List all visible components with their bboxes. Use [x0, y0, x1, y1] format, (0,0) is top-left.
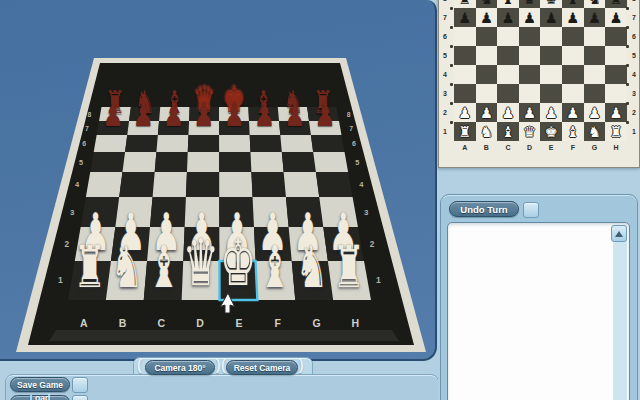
move-list-scrollbar[interactable] [613, 225, 627, 400]
frame-dot [626, 45, 629, 48]
mini-square-c2: ♟ [497, 103, 519, 122]
mini-square-e5 [540, 46, 562, 65]
square-f3[interactable] [253, 197, 289, 227]
mini-square-a1: ♜ [454, 122, 476, 141]
mini-piece-white-knight-b1: ♞ [476, 122, 498, 142]
mini-square-f4 [562, 65, 584, 84]
board3d-rank-label-left-1: 1 [58, 275, 63, 285]
board3d-rank-label-right-2: 2 [370, 240, 375, 249]
mini-square-b4 [476, 65, 498, 84]
square-h8[interactable] [307, 107, 339, 121]
square-g1[interactable] [292, 261, 333, 300]
square-e5[interactable] [219, 152, 251, 172]
square-c5[interactable] [155, 152, 188, 172]
square-f6[interactable] [250, 135, 282, 152]
square-d4[interactable] [186, 172, 219, 197]
mini-square-d5 [519, 46, 541, 65]
square-f4[interactable] [251, 172, 286, 197]
mini-square-f6 [562, 27, 584, 46]
square-b7[interactable] [127, 121, 159, 135]
square-g8[interactable] [278, 107, 309, 121]
mini-square-g5 [584, 46, 606, 65]
mini-square-h5 [605, 46, 627, 65]
mini-square-c4 [497, 65, 519, 84]
square-d2[interactable] [183, 227, 219, 261]
board3d-file-label-E: E [235, 317, 242, 329]
mini-square-h3 [605, 84, 627, 103]
mini-square-g6 [584, 27, 606, 46]
mini-square-d3 [519, 84, 541, 103]
square-f5[interactable] [250, 152, 283, 172]
scroll-up-button[interactable] [611, 225, 627, 242]
mini-square-c5 [497, 46, 519, 65]
mini-square-d7: ♟ [519, 8, 541, 27]
mini-square-c8: ♝ [497, 0, 519, 8]
square-f8[interactable] [248, 107, 279, 121]
board3d-rank-label-right-7: 7 [349, 125, 353, 132]
frame-dot [450, 64, 453, 67]
chess-app-window: ABCDEFGH1122334455667788 ♜♞♝♛♚♝♞♜♟♟♟♟♟♟♟… [0, 0, 640, 400]
mini-square-b3 [476, 84, 498, 103]
square-a6[interactable] [94, 135, 128, 152]
mini-rank-label-right-1: 1 [631, 128, 637, 135]
board3d-rank-label-left-5: 5 [79, 158, 83, 167]
mini-piece-white-pawn-e2: ♟ [540, 103, 562, 123]
mini-square-g3 [584, 84, 606, 103]
decor-paren: ) [216, 357, 221, 373]
mini-square-f1: ♝ [562, 122, 584, 141]
mini-square-e3 [540, 84, 562, 103]
board3d-file-label-A: A [80, 317, 88, 329]
square-e6[interactable] [219, 135, 250, 152]
load-game-button[interactable]: Load Game [10, 395, 70, 400]
mini-square-a6 [454, 27, 476, 46]
board3d-rank-label-right-6: 6 [352, 140, 356, 147]
board3d-rank-label-left-8: 8 [87, 111, 91, 118]
mini-file-label-D: D [519, 144, 541, 151]
mini-rank-label-right-3: 3 [631, 90, 637, 97]
square-b6[interactable] [125, 135, 158, 152]
frame-dot [626, 83, 629, 86]
mini-square-a4 [454, 65, 476, 84]
mouse-cursor-icon [219, 292, 237, 315]
square-a5[interactable] [90, 152, 125, 172]
mini-file-label-H: H [605, 144, 627, 151]
square-h3[interactable] [319, 197, 358, 227]
mini-square-c6 [497, 27, 519, 46]
mini-piece-white-queen-d1: ♛ [519, 122, 541, 142]
board3d-file-label-H: H [352, 317, 360, 329]
decor-paren: ( [221, 357, 226, 373]
mini-piece-white-pawn-f2: ♟ [562, 103, 584, 123]
mini-piece-white-bishop-f1: ♝ [562, 122, 584, 142]
mini-rank-label-left-8: 8 [442, 0, 448, 2]
square-b3[interactable] [115, 197, 152, 227]
square-c2[interactable] [147, 227, 185, 261]
board-3d: ABCDEFGH1122334455667788 [0, 0, 435, 359]
square-c6[interactable] [156, 135, 188, 152]
undo-icon-button[interactable] [523, 202, 539, 218]
square-g6[interactable] [280, 135, 313, 152]
mini-square-e7: ♟ [540, 8, 562, 27]
load-game-icon-button[interactable] [72, 395, 88, 400]
square-a4[interactable] [86, 172, 123, 197]
square-c7[interactable] [158, 121, 189, 135]
mini-square-g8: ♞ [584, 0, 606, 8]
mini-square-a3 [454, 84, 476, 103]
board3d-rank-label-left-2: 2 [64, 240, 69, 249]
square-h6[interactable] [311, 135, 345, 152]
square-d3[interactable] [185, 197, 220, 227]
mini-piece-black-pawn-g7: ♟ [584, 8, 606, 28]
mini-piece-white-knight-g1: ♞ [584, 122, 606, 142]
square-h4[interactable] [316, 172, 353, 197]
frame-dot [626, 64, 629, 67]
square-e8[interactable] [219, 107, 249, 121]
square-a7[interactable] [97, 121, 129, 135]
mini-square-e2: ♟ [540, 103, 562, 122]
square-a8[interactable] [99, 107, 131, 121]
square-a3[interactable] [81, 197, 120, 227]
mini-square-d2: ♟ [519, 103, 541, 122]
mini-square-d4 [519, 65, 541, 84]
square-h2[interactable] [323, 227, 364, 261]
square-b4[interactable] [119, 172, 154, 197]
mini-piece-white-pawn-a2: ♟ [454, 103, 476, 123]
square-c1[interactable] [144, 261, 183, 300]
miniboard-2d: ♜♞♝♛♚♝♞♜♟♟♟♟♟♟♟♟♟♟♟♟♟♟♟♟♜♞♝♛♚♝♞♜ ABCDEFG… [438, 0, 640, 168]
frame-dot [450, 7, 453, 10]
square-b2[interactable] [111, 227, 150, 261]
mini-file-label-G: G [584, 144, 606, 151]
square-c8[interactable] [159, 107, 190, 121]
mini-square-h2: ♟ [605, 103, 627, 122]
mini-rank-label-left-6: 6 [442, 33, 448, 40]
mini-file-label-E: E [540, 144, 562, 151]
camera-180-button[interactable]: Camera 180° [145, 360, 215, 375]
square-a1[interactable] [68, 261, 111, 300]
board3d-file-label-C: C [158, 317, 166, 329]
miniboard-squares: ♜♞♝♛♚♝♞♜♟♟♟♟♟♟♟♟♟♟♟♟♟♟♟♟♜♞♝♛♚♝♞♜ [454, 0, 627, 141]
mini-piece-black-pawn-c7: ♟ [497, 8, 519, 28]
right-sidebar: ♜♞♝♛♚♝♞♜♟♟♟♟♟♟♟♟♟♟♟♟♟♟♟♟♜♞♝♛♚♝♞♜ ABCDEFG… [438, 0, 640, 400]
square-f7[interactable] [249, 121, 280, 135]
square-e2[interactable] [219, 227, 255, 261]
mini-square-g4 [584, 65, 606, 84]
mini-rank-label-right-7: 7 [631, 14, 637, 21]
mini-piece-white-bishop-c1: ♝ [497, 122, 519, 142]
mini-square-b5 [476, 46, 498, 65]
mini-square-b2: ♟ [476, 103, 498, 122]
mini-square-a8: ♜ [454, 0, 476, 8]
square-g5[interactable] [282, 152, 316, 172]
move-list-box [447, 222, 630, 400]
save-game-button[interactable]: Save Game [10, 377, 70, 392]
square-g3[interactable] [286, 197, 323, 227]
mini-piece-black-pawn-e7: ♟ [540, 8, 562, 28]
mini-file-label-C: C [497, 144, 519, 151]
square-e4[interactable] [219, 172, 252, 197]
board3d-rank-label-right-8: 8 [347, 111, 351, 118]
mini-square-f7: ♟ [562, 8, 584, 27]
square-b1[interactable] [106, 261, 147, 300]
decor-paren: ( [137, 357, 142, 373]
mini-square-e6 [540, 27, 562, 46]
mini-piece-white-pawn-b2: ♟ [476, 103, 498, 123]
square-d6[interactable] [188, 135, 219, 152]
board3d-file-label-B: B [119, 317, 127, 329]
mini-rank-label-left-4: 4 [442, 71, 448, 78]
frame-dot [450, 45, 453, 48]
square-e3[interactable] [219, 197, 254, 227]
mini-square-c7: ♟ [497, 8, 519, 27]
board3d-rank-label-left-3: 3 [70, 208, 75, 217]
mini-square-h7: ♟ [605, 8, 627, 27]
mini-rank-label-left-5: 5 [442, 52, 448, 59]
mini-square-d6 [519, 27, 541, 46]
mini-square-h8: ♜ [605, 0, 627, 8]
mini-square-g2: ♟ [584, 103, 606, 122]
square-b5[interactable] [122, 152, 156, 172]
board3d-file-label-F: F [275, 317, 282, 329]
mini-rank-label-right-4: 4 [631, 71, 637, 78]
mini-square-h4 [605, 65, 627, 84]
mini-square-f8: ♝ [562, 0, 584, 8]
mini-rank-label-left-1: 1 [442, 128, 448, 135]
undo-turn-button[interactable]: Undo Turn [449, 201, 519, 217]
frame-dot [450, 83, 453, 86]
board3d-file-label-G: G [312, 317, 320, 329]
mini-file-label-F: F [562, 144, 584, 151]
mini-rank-label-right-6: 6 [631, 33, 637, 40]
mini-piece-white-pawn-d2: ♟ [519, 103, 541, 123]
mini-piece-white-rook-h1: ♜ [605, 122, 627, 142]
square-c4[interactable] [153, 172, 187, 197]
mini-piece-black-pawn-b7: ♟ [476, 8, 498, 28]
mini-square-h6 [605, 27, 627, 46]
mini-rank-label-right-5: 5 [631, 52, 637, 59]
mini-square-b1: ♞ [476, 122, 498, 141]
frame-dot [450, 26, 453, 29]
square-d5[interactable] [187, 152, 219, 172]
arrow-up-icon [615, 231, 623, 237]
board-3d-viewport[interactable]: ABCDEFGH1122334455667788 ♜♞♝♛♚♝♞♜♟♟♟♟♟♟♟… [0, 0, 437, 361]
mini-square-c1: ♝ [497, 122, 519, 141]
frame-dot [450, 121, 453, 124]
mini-piece-white-pawn-c2: ♟ [497, 103, 519, 123]
square-h7[interactable] [309, 121, 341, 135]
frame-dot [626, 26, 629, 29]
bottom-panel [5, 374, 439, 400]
board3d-rank-label-left-7: 7 [85, 125, 89, 132]
board3d-rank-label-right-3: 3 [364, 208, 369, 217]
board3d-file-label-D: D [196, 317, 204, 329]
square-d8[interactable] [189, 107, 219, 121]
undo-panel: Undo Turn [440, 194, 638, 400]
frame-dot [626, 121, 629, 124]
square-c3[interactable] [150, 197, 186, 227]
mini-square-d8: ♛ [519, 0, 541, 8]
square-d7[interactable] [188, 121, 219, 135]
frame-gloss [49, 330, 399, 341]
square-f1[interactable] [256, 261, 296, 300]
mini-rank-label-left-2: 2 [442, 109, 448, 116]
mini-piece-black-pawn-d7: ♟ [519, 8, 541, 28]
frame-dot [450, 102, 453, 105]
mini-piece-white-king-e1: ♚ [540, 122, 562, 142]
mini-square-e1: ♚ [540, 122, 562, 141]
mini-square-f3 [562, 84, 584, 103]
mini-piece-black-pawn-a7: ♟ [454, 8, 476, 28]
mini-square-e4 [540, 65, 562, 84]
mini-rank-label-right-2: 2 [631, 109, 637, 116]
mini-square-g7: ♟ [584, 8, 606, 27]
mini-piece-white-pawn-g2: ♟ [584, 103, 606, 123]
square-h1[interactable] [328, 261, 371, 300]
mini-square-b6 [476, 27, 498, 46]
mini-piece-white-rook-a1: ♜ [454, 122, 476, 142]
mini-square-f2: ♟ [562, 103, 584, 122]
mini-file-label-A: A [454, 144, 476, 151]
board3d-rank-label-left-6: 6 [82, 140, 86, 147]
board3d-rank-label-right-1: 1 [376, 275, 381, 285]
square-d1[interactable] [182, 261, 220, 300]
mini-piece-black-pawn-f7: ♟ [562, 8, 584, 28]
square-h5[interactable] [313, 152, 348, 172]
mini-square-b8: ♞ [476, 0, 498, 8]
decor-paren: ) [299, 357, 304, 373]
mini-square-a7: ♟ [454, 8, 476, 27]
mini-square-b7: ♟ [476, 8, 498, 27]
frame-dot [626, 102, 629, 105]
mini-square-c3 [497, 84, 519, 103]
square-a2[interactable] [75, 227, 116, 261]
mini-square-h1: ♜ [605, 122, 627, 141]
mini-rank-label-left-3: 3 [442, 90, 448, 97]
mini-square-a5 [454, 46, 476, 65]
square-g7[interactable] [279, 121, 311, 135]
mini-square-g1: ♞ [584, 122, 606, 141]
square-e7[interactable] [219, 121, 250, 135]
reset-camera-button[interactable]: Reset Camera [226, 360, 298, 375]
board3d-rank-label-right-5: 5 [355, 158, 359, 167]
square-b8[interactable] [129, 107, 160, 121]
square-g2[interactable] [289, 227, 328, 261]
square-g4[interactable] [284, 172, 320, 197]
mini-rank-label-left-7: 7 [442, 14, 448, 21]
mini-square-d1: ♛ [519, 122, 541, 141]
save-game-icon-button[interactable] [72, 377, 88, 393]
mini-square-f5 [562, 46, 584, 65]
frame-dot [626, 7, 629, 10]
mini-piece-black-pawn-h7: ♟ [605, 8, 627, 28]
mini-piece-white-pawn-h2: ♟ [605, 103, 627, 123]
mini-rank-label-right-8: 8 [631, 0, 637, 2]
mini-file-label-B: B [476, 144, 498, 151]
mini-square-a2: ♟ [454, 103, 476, 122]
square-f2[interactable] [254, 227, 292, 261]
mini-square-e8: ♚ [540, 0, 562, 8]
